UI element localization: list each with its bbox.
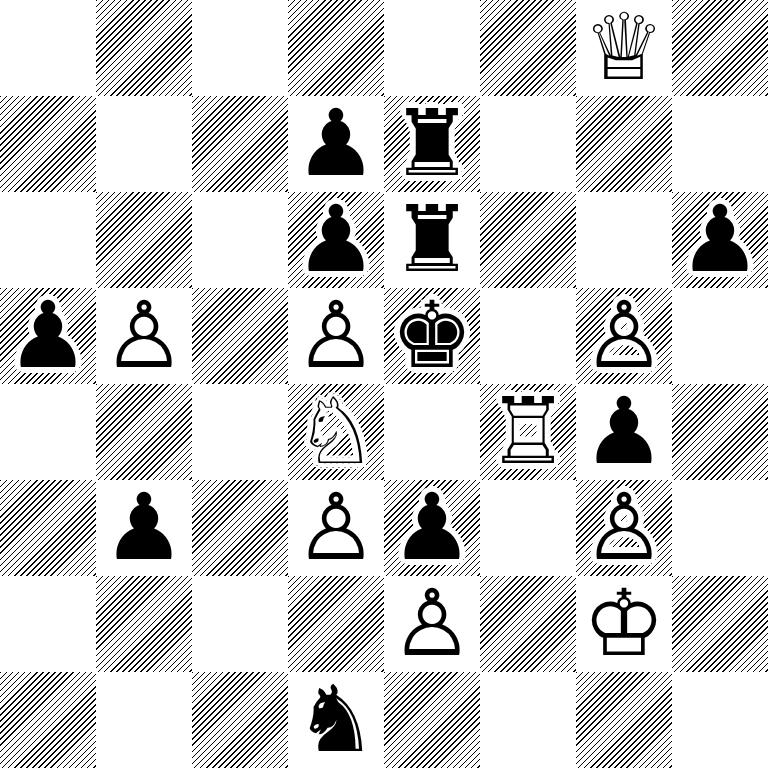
piece-black-pawn[interactable]: ♟ [295,96,377,192]
square-g4[interactable]: ♟ [576,384,672,480]
square-e6[interactable]: ♜ [384,192,480,288]
square-e3[interactable]: ♟ [384,480,480,576]
square-f5[interactable] [480,288,576,384]
square-a8[interactable] [0,0,96,96]
square-d1[interactable]: ♞ [288,672,384,768]
square-h1[interactable] [672,672,768,768]
piece-black-pawn[interactable]: ♟ [391,480,473,576]
piece-black-pawn[interactable]: ♟ [679,192,761,288]
piece-white-pawn[interactable]: ♙ [583,480,665,576]
square-b8[interactable] [96,0,192,96]
square-a3[interactable] [0,480,96,576]
square-f4[interactable]: ♖ [480,384,576,480]
square-h7[interactable] [672,96,768,192]
square-a4[interactable] [0,384,96,480]
square-c4[interactable] [192,384,288,480]
square-e8[interactable] [384,0,480,96]
square-c5[interactable] [192,288,288,384]
square-a2[interactable] [0,576,96,672]
piece-black-king[interactable]: ♚ [391,288,473,384]
square-b1[interactable] [96,672,192,768]
piece-black-pawn[interactable]: ♟ [103,480,185,576]
piece-white-rook[interactable]: ♖ [487,384,569,480]
square-a6[interactable] [0,192,96,288]
square-d3[interactable]: ♙ [288,480,384,576]
square-d8[interactable] [288,0,384,96]
piece-black-pawn[interactable]: ♟ [583,384,665,480]
piece-white-pawn[interactable]: ♙ [103,288,185,384]
square-f3[interactable] [480,480,576,576]
square-b3[interactable]: ♟ [96,480,192,576]
square-g5[interactable]: ♙ [576,288,672,384]
piece-white-pawn[interactable]: ♙ [583,288,665,384]
square-d4[interactable]: ♘ [288,384,384,480]
square-d6[interactable]: ♟ [288,192,384,288]
square-b5[interactable]: ♙ [96,288,192,384]
piece-white-queen[interactable]: ♕ [583,0,665,96]
square-d7[interactable]: ♟ [288,96,384,192]
square-g1[interactable] [576,672,672,768]
square-e5[interactable]: ♚ [384,288,480,384]
piece-white-knight[interactable]: ♘ [295,384,377,480]
square-b4[interactable] [96,384,192,480]
piece-white-pawn[interactable]: ♙ [391,576,473,672]
square-f8[interactable] [480,0,576,96]
piece-white-king[interactable]: ♔ [583,576,665,672]
square-c8[interactable] [192,0,288,96]
piece-white-pawn[interactable]: ♙ [295,288,377,384]
square-b6[interactable] [96,192,192,288]
square-e1[interactable] [384,672,480,768]
chess-board: ♕♟♜♟♜♟♟♙♙♚♙♘♖♟♟♙♟♙♙♔♞ [0,0,768,768]
square-a1[interactable] [0,672,96,768]
piece-black-rook[interactable]: ♜ [391,96,473,192]
piece-black-pawn[interactable]: ♟ [7,288,89,384]
square-h5[interactable] [672,288,768,384]
square-f2[interactable] [480,576,576,672]
square-c3[interactable] [192,480,288,576]
piece-black-rook[interactable]: ♜ [391,192,473,288]
square-d5[interactable]: ♙ [288,288,384,384]
piece-black-knight[interactable]: ♞ [295,672,377,768]
square-h4[interactable] [672,384,768,480]
square-f6[interactable] [480,192,576,288]
square-e7[interactable]: ♜ [384,96,480,192]
square-g2[interactable]: ♔ [576,576,672,672]
piece-black-pawn[interactable]: ♟ [295,192,377,288]
square-g8[interactable]: ♕ [576,0,672,96]
square-c7[interactable] [192,96,288,192]
square-h2[interactable] [672,576,768,672]
square-h6[interactable]: ♟ [672,192,768,288]
square-h8[interactable] [672,0,768,96]
square-d2[interactable] [288,576,384,672]
square-a5[interactable]: ♟ [0,288,96,384]
square-g7[interactable] [576,96,672,192]
square-e4[interactable] [384,384,480,480]
piece-white-pawn[interactable]: ♙ [295,480,377,576]
square-b2[interactable] [96,576,192,672]
square-g6[interactable] [576,192,672,288]
square-a7[interactable] [0,96,96,192]
square-f7[interactable] [480,96,576,192]
square-e2[interactable]: ♙ [384,576,480,672]
square-g3[interactable]: ♙ [576,480,672,576]
square-h3[interactable] [672,480,768,576]
square-f1[interactable] [480,672,576,768]
square-c2[interactable] [192,576,288,672]
square-c1[interactable] [192,672,288,768]
square-b7[interactable] [96,96,192,192]
square-c6[interactable] [192,192,288,288]
